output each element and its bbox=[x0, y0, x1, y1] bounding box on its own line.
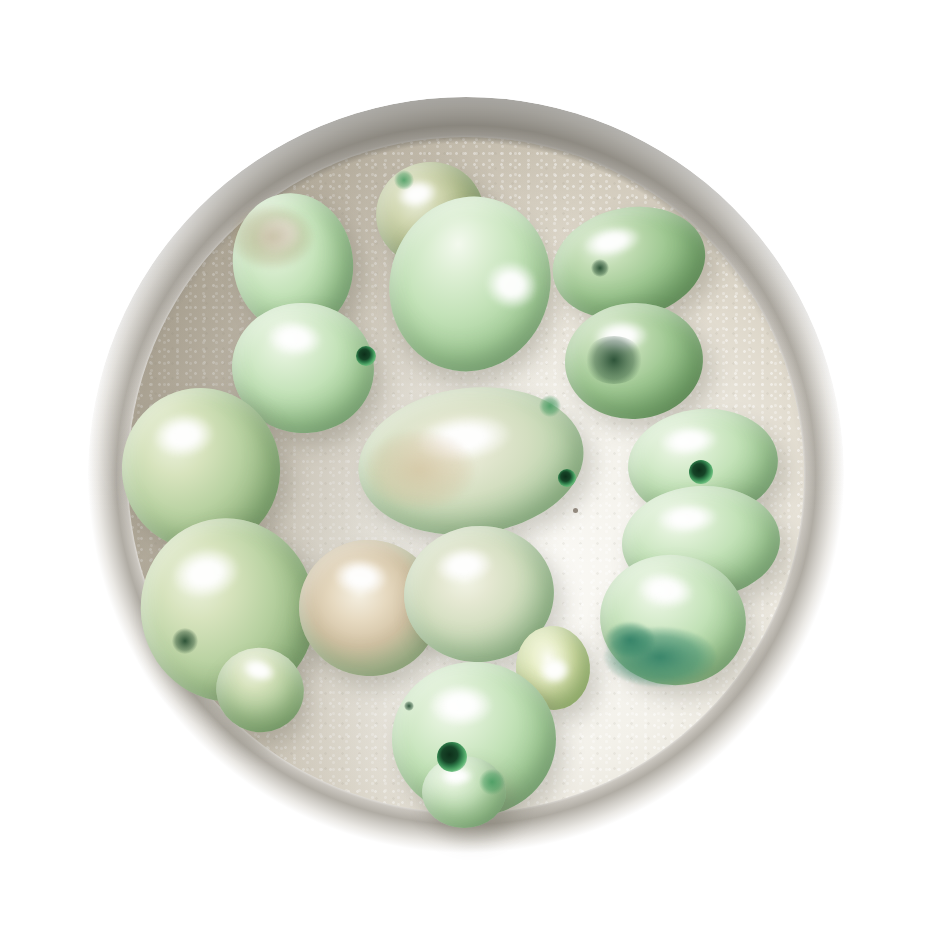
pearl-bottom-front bbox=[0, 0, 944, 943]
surface-spot bbox=[404, 701, 414, 711]
drill-hole bbox=[437, 742, 467, 772]
photo-stage bbox=[0, 0, 944, 943]
pearls-group bbox=[0, 0, 944, 943]
specular-highlight bbox=[428, 684, 494, 727]
surface-spot bbox=[479, 769, 505, 795]
